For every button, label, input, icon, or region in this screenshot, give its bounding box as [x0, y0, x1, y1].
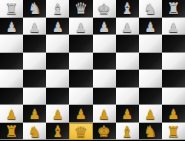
black-bishop-piece[interactable]: ♝ — [120, 2, 133, 17]
square-b3[interactable] — [23, 88, 46, 106]
white-bishop-piece[interactable]: ♝ — [120, 124, 133, 139]
square-d7[interactable]: ♟ — [69, 18, 92, 36]
square-e1[interactable]: ♚ — [93, 123, 116, 141]
square-c7[interactable]: ♟ — [46, 18, 69, 36]
square-c1[interactable]: ♝ — [46, 123, 69, 141]
black-king-piece[interactable]: ♚ — [97, 2, 110, 17]
square-d6[interactable] — [69, 35, 92, 53]
white-pawn-piece[interactable]: ♟ — [6, 108, 18, 121]
square-f7[interactable]: ♟ — [116, 18, 139, 36]
square-a7[interactable]: ♟ — [0, 18, 23, 36]
square-e2[interactable]: ♟ — [93, 105, 116, 123]
square-d1[interactable]: ♛ — [69, 123, 92, 141]
square-b7[interactable]: ♟ — [23, 18, 46, 36]
square-a8[interactable]: ♜ — [0, 0, 23, 18]
white-rook-piece[interactable]: ♜ — [167, 124, 180, 139]
chess-board: ♜♞♝♛♚♝♞♜♟♟♟♟♟♟♟♟♟♟♟♟♟♟♟♟♜♞♝♛♚♝♞♜ — [0, 0, 185, 140]
square-f2[interactable]: ♟ — [116, 105, 139, 123]
square-c8[interactable]: ♝ — [46, 0, 69, 18]
square-f1[interactable]: ♝ — [116, 123, 139, 141]
black-pawn-piece[interactable]: ♟ — [6, 20, 18, 33]
square-b2[interactable]: ♟ — [23, 105, 46, 123]
square-c5[interactable] — [46, 53, 69, 71]
black-rook-piece[interactable]: ♜ — [167, 2, 180, 17]
square-d2[interactable]: ♟ — [69, 105, 92, 123]
square-h6[interactable] — [162, 35, 185, 53]
white-pawn-piece[interactable]: ♟ — [121, 108, 133, 121]
square-g3[interactable] — [139, 88, 162, 106]
square-h7[interactable]: ♟ — [162, 18, 185, 36]
white-knight-piece[interactable]: ♞ — [28, 124, 41, 139]
square-a6[interactable] — [0, 35, 23, 53]
square-g7[interactable]: ♟ — [139, 18, 162, 36]
square-a1[interactable]: ♜ — [0, 123, 23, 141]
square-f4[interactable] — [116, 70, 139, 88]
square-c4[interactable] — [46, 70, 69, 88]
white-rook-piece[interactable]: ♜ — [5, 124, 18, 139]
black-pawn-piece[interactable]: ♟ — [29, 20, 41, 33]
square-g8[interactable]: ♞ — [139, 0, 162, 18]
black-pawn-piece[interactable]: ♟ — [98, 20, 110, 33]
black-knight-piece[interactable]: ♞ — [28, 2, 41, 17]
white-pawn-piece[interactable]: ♟ — [98, 108, 110, 121]
square-d5[interactable] — [69, 53, 92, 71]
square-h8[interactable]: ♜ — [162, 0, 185, 18]
square-f6[interactable] — [116, 35, 139, 53]
square-g4[interactable] — [139, 70, 162, 88]
square-d3[interactable] — [69, 88, 92, 106]
square-e5[interactable] — [93, 53, 116, 71]
square-h4[interactable] — [162, 70, 185, 88]
black-pawn-piece[interactable]: ♟ — [168, 20, 180, 33]
white-pawn-piece[interactable]: ♟ — [168, 108, 180, 121]
black-pawn-piece[interactable]: ♟ — [121, 20, 133, 33]
white-pawn-piece[interactable]: ♟ — [144, 108, 156, 121]
square-g6[interactable] — [139, 35, 162, 53]
square-h2[interactable]: ♟ — [162, 105, 185, 123]
square-h3[interactable] — [162, 88, 185, 106]
black-queen-piece[interactable]: ♛ — [74, 2, 87, 17]
white-pawn-piece[interactable]: ♟ — [75, 108, 87, 121]
square-b1[interactable]: ♞ — [23, 123, 46, 141]
black-rook-piece[interactable]: ♜ — [5, 2, 18, 17]
square-b8[interactable]: ♞ — [23, 0, 46, 18]
white-pawn-piece[interactable]: ♟ — [29, 108, 41, 121]
square-c3[interactable] — [46, 88, 69, 106]
square-a2[interactable]: ♟ — [0, 105, 23, 123]
white-knight-piece[interactable]: ♞ — [144, 124, 157, 139]
square-b6[interactable] — [23, 35, 46, 53]
square-f5[interactable] — [116, 53, 139, 71]
black-pawn-piece[interactable]: ♟ — [52, 20, 64, 33]
square-g5[interactable] — [139, 53, 162, 71]
square-c2[interactable]: ♟ — [46, 105, 69, 123]
square-e8[interactable]: ♚ — [93, 0, 116, 18]
square-e3[interactable] — [93, 88, 116, 106]
square-d8[interactable]: ♛ — [69, 0, 92, 18]
square-e7[interactable]: ♟ — [93, 18, 116, 36]
square-e6[interactable] — [93, 35, 116, 53]
white-bishop-piece[interactable]: ♝ — [51, 124, 64, 139]
black-pawn-piece[interactable]: ♟ — [75, 20, 87, 33]
white-king-piece[interactable]: ♚ — [97, 124, 110, 139]
square-h1[interactable]: ♜ — [162, 123, 185, 141]
black-bishop-piece[interactable]: ♝ — [51, 2, 64, 17]
square-g2[interactable]: ♟ — [139, 105, 162, 123]
square-a4[interactable] — [0, 70, 23, 88]
square-e4[interactable] — [93, 70, 116, 88]
square-b4[interactable] — [23, 70, 46, 88]
square-a5[interactable] — [0, 53, 23, 71]
black-pawn-piece[interactable]: ♟ — [144, 20, 156, 33]
black-knight-piece[interactable]: ♞ — [144, 2, 157, 17]
square-h5[interactable] — [162, 53, 185, 71]
square-d4[interactable] — [69, 70, 92, 88]
square-a3[interactable] — [0, 88, 23, 106]
square-g1[interactable]: ♞ — [139, 123, 162, 141]
white-pawn-piece[interactable]: ♟ — [52, 108, 64, 121]
square-f3[interactable] — [116, 88, 139, 106]
square-c6[interactable] — [46, 35, 69, 53]
square-f8[interactable]: ♝ — [116, 0, 139, 18]
square-b5[interactable] — [23, 53, 46, 71]
white-queen-piece[interactable]: ♛ — [74, 124, 87, 139]
